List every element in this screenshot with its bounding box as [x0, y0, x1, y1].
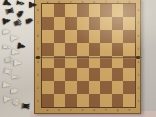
file-label-top-c: c	[70, 1, 72, 4]
file-label-top-f: f	[105, 1, 107, 4]
square-g8[interactable]	[112, 4, 124, 17]
file-label-bottom-d: d	[82, 109, 84, 112]
square-b1[interactable]	[54, 94, 66, 107]
square-f8[interactable]	[100, 4, 112, 17]
black-knight-offboard[interactable]: ♞	[24, 16, 35, 27]
rank-label-left-3: 3	[37, 74, 39, 77]
square-g2[interactable]	[112, 81, 124, 94]
rank-label-right-8: 8	[138, 9, 140, 12]
square-f1[interactable]	[100, 94, 112, 107]
square-f6[interactable]	[100, 30, 112, 43]
square-g5[interactable]	[112, 43, 124, 56]
square-h8[interactable]	[123, 4, 135, 17]
square-e5[interactable]	[89, 43, 101, 56]
square-b2[interactable]	[54, 81, 66, 94]
square-e3[interactable]	[89, 68, 101, 81]
file-label-top-e: e	[93, 1, 95, 4]
square-h6[interactable]	[123, 30, 135, 43]
square-c5[interactable]	[65, 43, 77, 56]
square-g6[interactable]	[112, 30, 124, 43]
square-f5[interactable]	[100, 43, 112, 56]
square-b8[interactable]	[54, 4, 66, 17]
square-c1[interactable]	[65, 94, 77, 107]
hinge-right	[136, 56, 140, 59]
square-d1[interactable]	[77, 94, 89, 107]
square-g7[interactable]	[112, 17, 124, 30]
file-label-top-h: h	[128, 1, 130, 4]
square-h5[interactable]	[123, 43, 135, 56]
rank-label-left-4: 4	[37, 61, 39, 64]
square-a2[interactable]	[42, 81, 54, 94]
file-label-top-g: g	[117, 1, 119, 4]
rank-label-left-6: 6	[37, 35, 39, 38]
file-label-top-d: d	[82, 1, 84, 4]
rank-label-right-2: 2	[138, 87, 140, 90]
square-d6[interactable]	[77, 30, 89, 43]
square-a1[interactable]	[42, 94, 54, 107]
rank-label-right-7: 7	[138, 22, 140, 25]
square-f2[interactable]	[100, 81, 112, 94]
photo-scene: aabbccddeeffgghh8877665544332211 ♟♝♟♜♞♟♛…	[0, 0, 156, 117]
square-c2[interactable]	[65, 81, 77, 94]
square-e1[interactable]	[89, 94, 101, 107]
square-b3[interactable]	[54, 68, 66, 81]
square-h2[interactable]	[123, 81, 135, 94]
white-king-offboard[interactable]: ♚	[10, 96, 22, 108]
file-label-bottom-e: e	[93, 109, 95, 112]
file-label-top-b: b	[58, 1, 60, 4]
square-d8[interactable]	[77, 4, 89, 17]
square-a6[interactable]	[42, 30, 54, 43]
chessboard-grid	[42, 4, 135, 107]
square-d2[interactable]	[77, 81, 89, 94]
square-h3[interactable]	[123, 68, 135, 81]
square-d3[interactable]	[77, 68, 89, 81]
square-a5[interactable]	[42, 43, 54, 56]
hinge-left	[36, 56, 40, 59]
chessboard: aabbccddeeffgghh8877665544332211	[34, 0, 141, 114]
square-c3[interactable]	[65, 68, 77, 81]
square-h1[interactable]	[123, 94, 135, 107]
square-c6[interactable]	[65, 30, 77, 43]
square-h7[interactable]	[123, 17, 135, 30]
rank-label-right-6: 6	[138, 35, 140, 38]
square-d7[interactable]	[77, 17, 89, 30]
rank-label-right-1: 1	[138, 100, 140, 103]
square-g3[interactable]	[112, 68, 124, 81]
square-b5[interactable]	[54, 43, 66, 56]
file-label-bottom-g: g	[117, 109, 119, 112]
square-f3[interactable]	[100, 68, 112, 81]
rank-label-left-2: 2	[37, 87, 39, 90]
rank-label-right-5: 5	[138, 48, 140, 51]
square-c7[interactable]	[65, 17, 77, 30]
file-label-bottom-c: c	[70, 109, 72, 112]
square-e2[interactable]	[89, 81, 101, 94]
rank-label-left-8: 8	[37, 9, 39, 12]
file-label-bottom-a: a	[47, 109, 49, 112]
square-a3[interactable]	[42, 68, 54, 81]
square-f7[interactable]	[100, 17, 112, 30]
square-a7[interactable]	[42, 17, 54, 30]
rank-label-left-5: 5	[37, 48, 39, 51]
square-g1[interactable]	[112, 94, 124, 107]
square-a8[interactable]	[42, 4, 54, 17]
rank-label-left-1: 1	[37, 100, 39, 103]
rank-label-left-7: 7	[37, 22, 39, 25]
square-c8[interactable]	[65, 4, 77, 17]
square-e7[interactable]	[89, 17, 101, 30]
square-b7[interactable]	[54, 17, 66, 30]
square-e8[interactable]	[89, 4, 101, 17]
square-e6[interactable]	[89, 30, 101, 43]
rank-label-right-3: 3	[138, 74, 140, 77]
square-b6[interactable]	[54, 30, 66, 43]
file-label-bottom-h: h	[128, 109, 130, 112]
board-fold-seam	[35, 57, 142, 59]
file-label-bottom-f: f	[105, 109, 107, 112]
square-d5[interactable]	[77, 43, 89, 56]
rank-label-right-4: 4	[138, 61, 140, 64]
file-label-top-a: a	[47, 1, 49, 4]
black-pawn-offboard[interactable]: ♟	[27, 0, 37, 10]
file-label-bottom-b: b	[58, 109, 60, 112]
